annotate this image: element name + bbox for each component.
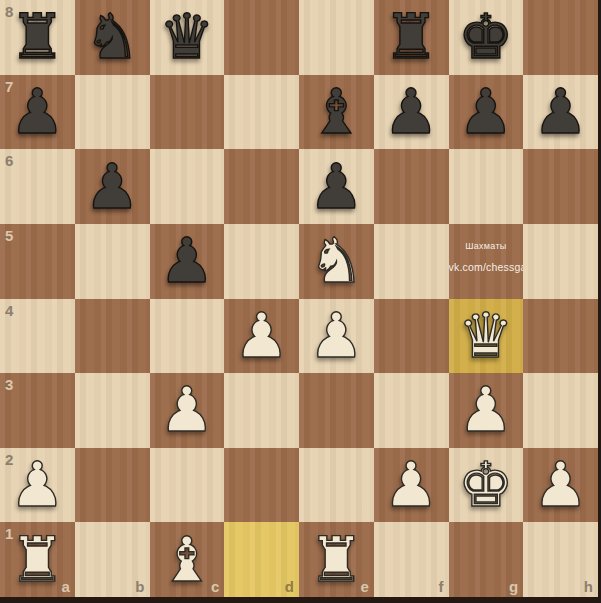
square-b4[interactable] — [75, 299, 150, 374]
white-knight[interactable]: ♞ — [299, 224, 374, 299]
square-f4[interactable] — [374, 299, 449, 374]
square-d1[interactable]: d — [224, 522, 299, 597]
square-d8[interactable] — [224, 0, 299, 75]
square-b2[interactable] — [75, 448, 150, 523]
square-h5[interactable] — [523, 224, 598, 299]
square-h4[interactable] — [523, 299, 598, 374]
square-e6[interactable]: ♟ — [299, 149, 374, 224]
white-bishop[interactable]: ♝ — [150, 522, 225, 597]
white-rook[interactable]: ♜ — [0, 522, 75, 597]
black-bishop[interactable]: ♝ — [299, 75, 374, 150]
square-h1[interactable]: h — [523, 522, 598, 597]
square-b7[interactable] — [75, 75, 150, 150]
white-pawn[interactable]: ♟ — [150, 373, 225, 448]
black-king[interactable]: ♚ — [449, 0, 524, 75]
square-g6[interactable] — [449, 149, 524, 224]
white-pawn[interactable]: ♟ — [449, 373, 524, 448]
white-pawn[interactable]: ♟ — [224, 299, 299, 374]
white-queen[interactable]: ♛ — [449, 299, 524, 374]
square-a4[interactable]: 4 — [0, 299, 75, 374]
square-f1[interactable]: f — [374, 522, 449, 597]
square-b6[interactable]: ♟ — [75, 149, 150, 224]
white-pawn[interactable]: ♟ — [0, 448, 75, 523]
rank-label-4: 4 — [5, 302, 13, 319]
square-a6[interactable]: 6 — [0, 149, 75, 224]
square-b1[interactable]: b — [75, 522, 150, 597]
square-c3[interactable]: ♟ — [150, 373, 225, 448]
watermark-url: vk.com/chessgames — [449, 261, 524, 273]
square-a5[interactable]: 5 — [0, 224, 75, 299]
file-label-g: g — [509, 578, 518, 595]
white-king[interactable]: ♚ — [449, 448, 524, 523]
rank-label-3: 3 — [5, 376, 13, 393]
chess-board-frame: 8♜♞♛♜♚7♟♝♟♟♟6♟♟5♟♞Шахматыvk.com/chessgam… — [0, 0, 601, 603]
square-h3[interactable] — [523, 373, 598, 448]
black-pawn[interactable]: ♟ — [0, 75, 75, 150]
rank-label-6: 6 — [5, 152, 13, 169]
watermark: Шахматыvk.com/chessgames — [449, 241, 524, 273]
square-f7[interactable]: ♟ — [374, 75, 449, 150]
square-g3[interactable]: ♟ — [449, 373, 524, 448]
square-f6[interactable] — [374, 149, 449, 224]
square-e5[interactable]: ♞ — [299, 224, 374, 299]
square-h8[interactable] — [523, 0, 598, 75]
square-g8[interactable]: ♚ — [449, 0, 524, 75]
black-queen[interactable]: ♛ — [150, 0, 225, 75]
square-c2[interactable] — [150, 448, 225, 523]
square-f2[interactable]: ♟ — [374, 448, 449, 523]
square-e3[interactable] — [299, 373, 374, 448]
black-pawn[interactable]: ♟ — [374, 75, 449, 150]
file-label-f: f — [439, 578, 444, 595]
square-h2[interactable]: ♟ — [523, 448, 598, 523]
file-label-h: h — [584, 578, 593, 595]
square-g7[interactable]: ♟ — [449, 75, 524, 150]
watermark-title: Шахматы — [449, 241, 524, 251]
square-e2[interactable] — [299, 448, 374, 523]
black-knight[interactable]: ♞ — [75, 0, 150, 75]
square-b3[interactable] — [75, 373, 150, 448]
square-a3[interactable]: 3 — [0, 373, 75, 448]
chess-board: 8♜♞♛♜♚7♟♝♟♟♟6♟♟5♟♞Шахматыvk.com/chessgam… — [0, 0, 598, 597]
square-a2[interactable]: 2♟ — [0, 448, 75, 523]
square-c6[interactable] — [150, 149, 225, 224]
square-a7[interactable]: 7♟ — [0, 75, 75, 150]
white-pawn[interactable]: ♟ — [299, 299, 374, 374]
file-label-b: b — [135, 578, 144, 595]
square-g2[interactable]: ♚ — [449, 448, 524, 523]
square-d6[interactable] — [224, 149, 299, 224]
square-a1[interactable]: 1a♜ — [0, 522, 75, 597]
square-f3[interactable] — [374, 373, 449, 448]
white-rook[interactable]: ♜ — [299, 522, 374, 597]
square-d5[interactable] — [224, 224, 299, 299]
file-label-d: d — [285, 578, 294, 595]
white-pawn[interactable]: ♟ — [374, 448, 449, 523]
square-a8[interactable]: 8♜ — [0, 0, 75, 75]
square-d3[interactable] — [224, 373, 299, 448]
square-f8[interactable]: ♜ — [374, 0, 449, 75]
black-pawn[interactable]: ♟ — [449, 75, 524, 150]
square-b5[interactable] — [75, 224, 150, 299]
square-e8[interactable] — [299, 0, 374, 75]
square-c5[interactable]: ♟ — [150, 224, 225, 299]
rank-label-5: 5 — [5, 227, 13, 244]
square-f5[interactable] — [374, 224, 449, 299]
black-pawn[interactable]: ♟ — [299, 149, 374, 224]
black-pawn[interactable]: ♟ — [523, 75, 598, 150]
square-c4[interactable] — [150, 299, 225, 374]
square-c7[interactable] — [150, 75, 225, 150]
square-h7[interactable]: ♟ — [523, 75, 598, 150]
square-d7[interactable] — [224, 75, 299, 150]
black-pawn[interactable]: ♟ — [75, 149, 150, 224]
square-e7[interactable]: ♝ — [299, 75, 374, 150]
square-e1[interactable]: e♜ — [299, 522, 374, 597]
white-pawn[interactable]: ♟ — [523, 448, 598, 523]
square-e4[interactable]: ♟ — [299, 299, 374, 374]
square-g1[interactable]: g — [449, 522, 524, 597]
square-g5[interactable]: Шахматыvk.com/chessgames — [449, 224, 524, 299]
square-c1[interactable]: c♝ — [150, 522, 225, 597]
square-b8[interactable]: ♞ — [75, 0, 150, 75]
black-pawn[interactable]: ♟ — [150, 224, 225, 299]
square-c8[interactable]: ♛ — [150, 0, 225, 75]
black-rook[interactable]: ♜ — [374, 0, 449, 75]
black-rook[interactable]: ♜ — [0, 0, 75, 75]
square-h6[interactable] — [523, 149, 598, 224]
square-d4[interactable]: ♟ — [224, 299, 299, 374]
square-d2[interactable] — [224, 448, 299, 523]
square-g4[interactable]: ♛ — [449, 299, 524, 374]
